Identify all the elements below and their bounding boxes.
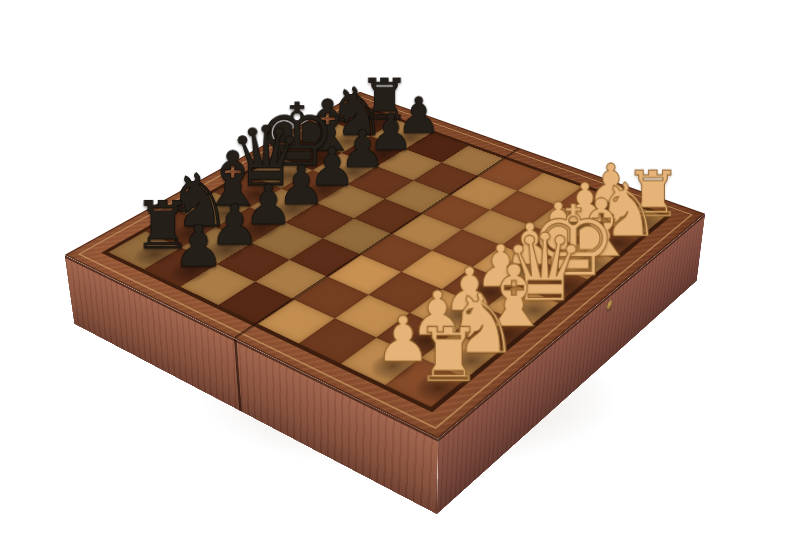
chess-box: ♜♞♝♛♚♝♞♜♟♟♟♟♟♟♟♟♟♟♟♟♟♟♟♟♜♞♝♛♚♝♞♜ (65, 92, 706, 439)
scene: ♜♞♝♛♚♝♞♜♟♟♟♟♟♟♟♟♟♟♟♟♟♟♟♟♜♞♝♛♚♝♞♜ (0, 0, 800, 541)
photo-stage: ♜♞♝♛♚♝♞♜♟♟♟♟♟♟♟♟♟♟♟♟♟♟♟♟♜♞♝♛♚♝♞♜ (0, 0, 800, 541)
brass-catch (607, 298, 613, 311)
